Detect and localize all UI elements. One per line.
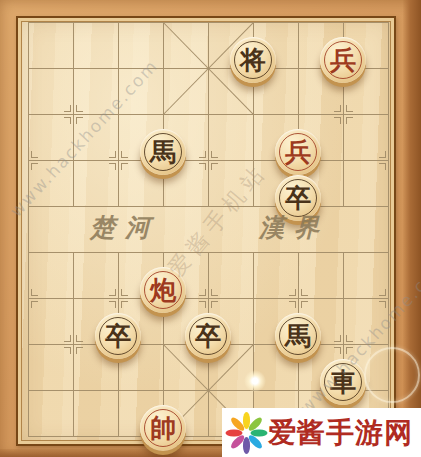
position-marker — [109, 163, 116, 170]
position-marker — [334, 347, 341, 354]
position-marker — [334, 105, 341, 112]
position-marker — [334, 117, 341, 124]
position-marker — [199, 151, 206, 158]
piece-glyph: 炮 — [140, 267, 186, 313]
position-marker — [109, 301, 116, 308]
position-marker — [64, 105, 71, 112]
grid-line — [28, 206, 388, 207]
xiangqi-board: 将兵馬兵卒炮卒卒馬車帥 — [0, 0, 421, 457]
position-marker — [109, 151, 116, 158]
position-marker — [199, 301, 206, 308]
piece-glyph: 卒 — [185, 313, 231, 359]
position-marker — [211, 301, 218, 308]
position-marker — [121, 163, 128, 170]
piece-black-chariot[interactable]: 車 — [320, 359, 366, 405]
piece-glyph: 卒 — [95, 313, 141, 359]
position-marker — [379, 151, 386, 158]
piece-black-horse[interactable]: 馬 — [140, 129, 186, 175]
piece-black-soldier[interactable]: 卒 — [95, 313, 141, 359]
move-sparkle-effect — [244, 370, 266, 392]
position-marker — [76, 117, 83, 124]
piece-glyph: 馬 — [275, 313, 321, 359]
position-marker — [346, 117, 353, 124]
position-marker — [301, 289, 308, 296]
river-label-han-jie: 漢界 — [259, 211, 329, 244]
piece-red-soldier[interactable]: 兵 — [275, 129, 321, 175]
position-marker — [76, 105, 83, 112]
position-marker — [211, 289, 218, 296]
site-name-text: 爱酱手游网 — [268, 414, 413, 452]
site-logo-pinwheel-icon — [224, 410, 268, 456]
grid-line — [73, 252, 74, 436]
position-marker — [346, 105, 353, 112]
piece-black-horse[interactable]: 馬 — [275, 313, 321, 359]
position-marker — [64, 335, 71, 342]
piece-black-general[interactable]: 将 — [230, 37, 276, 83]
piece-glyph: 兵 — [275, 129, 321, 175]
last-move-ring-indicator — [364, 347, 420, 403]
position-marker — [199, 289, 206, 296]
position-marker — [31, 289, 38, 296]
position-marker — [31, 301, 38, 308]
position-marker — [334, 335, 341, 342]
piece-glyph: 帥 — [140, 405, 186, 451]
position-marker — [121, 301, 128, 308]
piece-red-cannon[interactable]: 炮 — [140, 267, 186, 313]
position-marker — [379, 289, 386, 296]
position-marker — [121, 151, 128, 158]
position-marker — [301, 301, 308, 308]
position-marker — [31, 151, 38, 158]
piece-glyph: 馬 — [140, 129, 186, 175]
xiangqi-game-screenshot: 将兵馬兵卒炮卒卒馬車帥 楚河 漢界 www.hackhome.com www.h… — [0, 0, 421, 457]
grid-line — [208, 22, 209, 206]
position-marker — [199, 163, 206, 170]
grid-line — [28, 22, 29, 436]
river-label-chu-he: 楚河 — [90, 211, 160, 244]
piece-red-soldier[interactable]: 兵 — [320, 37, 366, 83]
piece-glyph: 将 — [230, 37, 276, 83]
position-marker — [64, 117, 71, 124]
grid-line — [118, 22, 119, 206]
piece-red-general[interactable]: 帥 — [140, 405, 186, 451]
position-marker — [379, 301, 386, 308]
position-marker — [31, 163, 38, 170]
position-marker — [211, 151, 218, 158]
position-marker — [346, 335, 353, 342]
position-marker — [121, 289, 128, 296]
position-marker — [289, 301, 296, 308]
site-watermark-banner: 爱酱手游网 — [222, 408, 421, 457]
position-marker — [76, 335, 83, 342]
position-marker — [289, 289, 296, 296]
position-marker — [64, 347, 71, 354]
position-marker — [346, 347, 353, 354]
position-marker — [211, 163, 218, 170]
piece-glyph: 兵 — [320, 37, 366, 83]
piece-black-soldier[interactable]: 卒 — [185, 313, 231, 359]
grid-line — [73, 22, 74, 206]
piece-glyph: 車 — [320, 359, 366, 405]
position-marker — [76, 347, 83, 354]
position-marker — [109, 289, 116, 296]
position-marker — [379, 163, 386, 170]
